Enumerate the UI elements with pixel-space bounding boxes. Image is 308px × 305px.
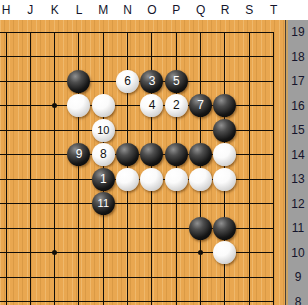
column-label-M: M xyxy=(95,2,111,18)
grid-vline-H xyxy=(6,32,7,305)
black-stone-L17 xyxy=(67,70,90,93)
black-stone-O17: 3 xyxy=(140,70,163,93)
white-stone-R10 xyxy=(213,241,236,264)
row-label-12: 12 xyxy=(288,196,308,212)
row-labels: 1918171615141312111098 xyxy=(286,20,308,305)
star-point-Q10 xyxy=(198,250,203,255)
black-stone-R11 xyxy=(213,217,236,240)
row-label-15: 15 xyxy=(288,122,308,138)
row-label-9: 9 xyxy=(288,269,308,285)
white-stone-M16 xyxy=(92,94,115,117)
black-stone-M13: 1 xyxy=(92,168,115,191)
black-stone-P14 xyxy=(165,143,188,166)
white-stone-P16: 2 xyxy=(165,94,188,117)
grid-vline-T xyxy=(273,32,274,305)
white-stone-N13 xyxy=(116,168,139,191)
move-number-2: 2 xyxy=(165,94,188,117)
white-stone-M15: 10 xyxy=(92,119,115,142)
white-stone-N17: 6 xyxy=(116,70,139,93)
row-label-8: 8 xyxy=(288,294,308,305)
column-label-R: R xyxy=(217,2,233,18)
move-number-10: 10 xyxy=(92,119,115,142)
white-stone-R14 xyxy=(213,143,236,166)
white-stone-O16: 4 xyxy=(140,94,163,117)
grid-hline-9 xyxy=(0,277,274,278)
white-stone-R13 xyxy=(213,168,236,191)
white-stone-L16 xyxy=(67,94,90,117)
row-label-13: 13 xyxy=(288,171,308,187)
column-label-P: P xyxy=(168,2,184,18)
column-label-K: K xyxy=(47,2,63,18)
black-stone-O14 xyxy=(140,143,163,166)
row-label-18: 18 xyxy=(288,49,308,65)
column-label-N: N xyxy=(120,2,136,18)
white-stone-O13 xyxy=(140,168,163,191)
grid-vline-J xyxy=(30,32,31,305)
black-stone-N14 xyxy=(116,143,139,166)
black-stone-Q16: 7 xyxy=(189,94,212,117)
black-stone-Q14 xyxy=(189,143,212,166)
go-diagram: HJKLMNOPQRST 3579111642108 1918171615141… xyxy=(0,0,308,305)
row-label-19: 19 xyxy=(288,24,308,40)
row-label-17: 17 xyxy=(288,73,308,89)
column-labels: HJKLMNOPQRST xyxy=(0,0,308,20)
column-label-L: L xyxy=(71,2,87,18)
black-stone-R15 xyxy=(213,119,236,142)
column-label-O: O xyxy=(144,2,160,18)
row-label-10: 10 xyxy=(288,245,308,261)
grid-hline-8 xyxy=(0,301,274,302)
star-point-K10 xyxy=(52,250,57,255)
move-number-9: 9 xyxy=(67,143,90,166)
grid-hline-18 xyxy=(0,56,274,57)
move-number-6: 6 xyxy=(116,70,139,93)
black-stone-M12: 11 xyxy=(92,192,115,215)
row-label-16: 16 xyxy=(288,98,308,114)
column-label-T: T xyxy=(266,2,282,18)
white-stone-Q13 xyxy=(189,168,212,191)
move-number-8: 8 xyxy=(92,143,115,166)
grid-vline-S xyxy=(249,32,250,305)
black-stone-Q11 xyxy=(189,217,212,240)
move-number-7: 7 xyxy=(189,94,212,117)
grid-vline-K xyxy=(54,32,55,305)
white-stone-P13 xyxy=(165,168,188,191)
move-number-11: 11 xyxy=(92,192,115,215)
move-number-3: 3 xyxy=(140,70,163,93)
black-stone-R16 xyxy=(213,94,236,117)
row-label-11: 11 xyxy=(288,220,308,236)
star-point-K16 xyxy=(52,103,57,108)
column-label-H: H xyxy=(0,2,14,18)
move-number-5: 5 xyxy=(165,70,188,93)
move-number-1: 1 xyxy=(92,168,115,191)
grid-hline-19 xyxy=(0,32,274,33)
column-label-J: J xyxy=(22,2,38,18)
black-stone-L14: 9 xyxy=(67,143,90,166)
black-stone-P17: 5 xyxy=(165,70,188,93)
go-board[interactable]: 3579111642108 xyxy=(0,20,286,305)
white-stone-M14: 8 xyxy=(92,143,115,166)
column-label-S: S xyxy=(241,2,257,18)
column-label-Q: Q xyxy=(193,2,209,18)
grid-hline-12 xyxy=(0,203,274,204)
row-label-14: 14 xyxy=(288,147,308,163)
move-number-4: 4 xyxy=(140,94,163,117)
